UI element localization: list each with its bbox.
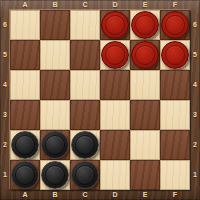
square-E3[interactable]: [130, 100, 160, 130]
square-E5[interactable]: [130, 40, 160, 70]
black-piece-C1[interactable]: [71, 161, 99, 189]
square-A5[interactable]: [10, 40, 40, 70]
rank-label-left-3: 3: [0, 100, 10, 130]
file-label-bottom-C: C: [70, 190, 100, 200]
file-label-top-C: C: [70, 0, 100, 10]
square-B2[interactable]: [40, 130, 70, 160]
red-piece-E5[interactable]: [131, 41, 159, 69]
rank-label-left-2: 2: [0, 130, 10, 160]
file-label-top-A: A: [10, 0, 40, 10]
file-label-top-E: E: [130, 0, 160, 10]
red-piece-F5[interactable]: [161, 41, 189, 69]
square-C3[interactable]: [70, 100, 100, 130]
square-A4[interactable]: [10, 70, 40, 100]
square-E4[interactable]: [130, 70, 160, 100]
file-label-top-B: B: [40, 0, 70, 10]
red-piece-E6[interactable]: [131, 11, 159, 39]
file-label-bottom-D: D: [100, 190, 130, 200]
file-label-bottom-B: B: [40, 190, 70, 200]
file-label-top-F: F: [160, 0, 190, 10]
black-piece-A1[interactable]: [11, 161, 39, 189]
square-F1[interactable]: [160, 160, 190, 190]
checkers-board: [10, 10, 190, 190]
black-piece-B2[interactable]: [41, 131, 69, 159]
red-piece-D5[interactable]: [101, 41, 129, 69]
square-D2[interactable]: [100, 130, 130, 160]
rank-label-right-5: 5: [190, 40, 200, 70]
file-label-bottom-A: A: [10, 190, 40, 200]
square-B3[interactable]: [40, 100, 70, 130]
square-A6[interactable]: [10, 10, 40, 40]
square-F2[interactable]: [160, 130, 190, 160]
square-B5[interactable]: [40, 40, 70, 70]
square-E2[interactable]: [130, 130, 160, 160]
rank-label-right-2: 2: [190, 130, 200, 160]
square-C4[interactable]: [70, 70, 100, 100]
square-D5[interactable]: [100, 40, 130, 70]
rank-label-right-1: 1: [190, 160, 200, 190]
square-F4[interactable]: [160, 70, 190, 100]
rank-label-right-4: 4: [190, 70, 200, 100]
black-piece-B1[interactable]: [41, 161, 69, 189]
rank-label-right-3: 3: [190, 100, 200, 130]
red-piece-D6[interactable]: [101, 11, 129, 39]
square-B6[interactable]: [40, 10, 70, 40]
square-D4[interactable]: [100, 70, 130, 100]
rank-label-right-6: 6: [190, 10, 200, 40]
black-piece-A2[interactable]: [11, 131, 39, 159]
file-label-bottom-F: F: [160, 190, 190, 200]
rank-label-left-4: 4: [0, 70, 10, 100]
file-label-top-D: D: [100, 0, 130, 10]
black-piece-C2[interactable]: [71, 131, 99, 159]
square-B4[interactable]: [40, 70, 70, 100]
square-C2[interactable]: [70, 130, 100, 160]
square-D1[interactable]: [100, 160, 130, 190]
square-B1[interactable]: [40, 160, 70, 190]
square-F5[interactable]: [160, 40, 190, 70]
square-D6[interactable]: [100, 10, 130, 40]
file-label-bottom-E: E: [130, 190, 160, 200]
red-piece-F6[interactable]: [161, 11, 189, 39]
square-C5[interactable]: [70, 40, 100, 70]
square-C1[interactable]: [70, 160, 100, 190]
square-A2[interactable]: [10, 130, 40, 160]
rank-label-left-5: 5: [0, 40, 10, 70]
square-A1[interactable]: [10, 160, 40, 190]
square-F6[interactable]: [160, 10, 190, 40]
checkers-board-frame: AABBCCDDEEFF665544332211: [0, 0, 200, 200]
square-E1[interactable]: [130, 160, 160, 190]
square-E6[interactable]: [130, 10, 160, 40]
square-A3[interactable]: [10, 100, 40, 130]
square-C6[interactable]: [70, 10, 100, 40]
square-F3[interactable]: [160, 100, 190, 130]
rank-label-left-6: 6: [0, 10, 10, 40]
square-D3[interactable]: [100, 100, 130, 130]
rank-label-left-1: 1: [0, 160, 10, 190]
